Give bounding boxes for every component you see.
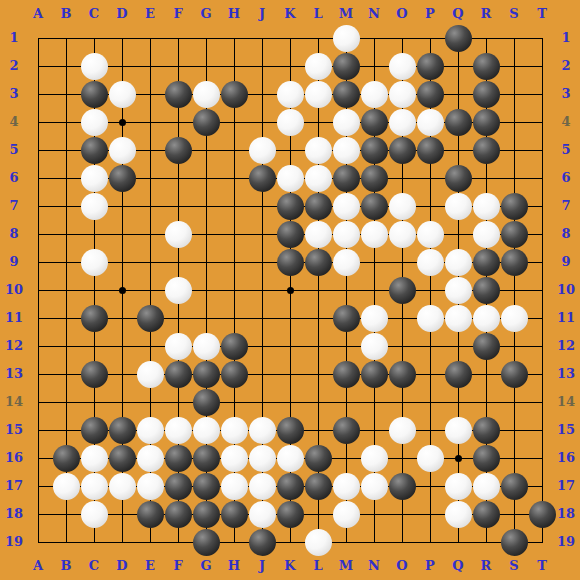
intersection-F9[interactable] (164, 248, 192, 276)
intersection-J13[interactable] (248, 360, 276, 388)
intersection-E5[interactable] (136, 136, 164, 164)
intersection-P17[interactable] (416, 472, 444, 500)
intersection-F12[interactable] (164, 332, 192, 360)
intersection-A12[interactable] (24, 332, 52, 360)
intersection-H8[interactable] (220, 220, 248, 248)
intersection-K15[interactable] (276, 416, 304, 444)
intersection-K19[interactable] (276, 528, 304, 556)
intersection-D10[interactable] (108, 276, 136, 304)
intersection-N7[interactable] (360, 192, 388, 220)
intersection-H18[interactable] (220, 500, 248, 528)
intersection-T18[interactable] (528, 500, 556, 528)
intersection-K2[interactable] (276, 52, 304, 80)
intersection-F7[interactable] (164, 192, 192, 220)
intersection-E17[interactable] (136, 472, 164, 500)
intersection-B1[interactable] (52, 24, 80, 52)
intersection-C10[interactable] (80, 276, 108, 304)
intersection-R19[interactable] (472, 528, 500, 556)
intersection-O10[interactable] (388, 276, 416, 304)
intersection-R17[interactable] (472, 472, 500, 500)
intersection-D7[interactable] (108, 192, 136, 220)
intersection-C7[interactable] (80, 192, 108, 220)
intersection-T2[interactable] (528, 52, 556, 80)
intersection-D18[interactable] (108, 500, 136, 528)
intersection-P15[interactable] (416, 416, 444, 444)
intersection-N11[interactable] (360, 304, 388, 332)
go-board[interactable] (24, 24, 556, 556)
intersection-F4[interactable] (164, 108, 192, 136)
intersection-D3[interactable] (108, 80, 136, 108)
intersection-B16[interactable] (52, 444, 80, 472)
intersection-J12[interactable] (248, 332, 276, 360)
intersection-O2[interactable] (388, 52, 416, 80)
intersection-D4[interactable] (108, 108, 136, 136)
intersection-G15[interactable] (192, 416, 220, 444)
intersection-T7[interactable] (528, 192, 556, 220)
intersection-B4[interactable] (52, 108, 80, 136)
intersection-G2[interactable] (192, 52, 220, 80)
intersection-T17[interactable] (528, 472, 556, 500)
intersection-L6[interactable] (304, 164, 332, 192)
intersection-A18[interactable] (24, 500, 52, 528)
intersection-D6[interactable] (108, 164, 136, 192)
intersection-Q2[interactable] (444, 52, 472, 80)
intersection-R9[interactable] (472, 248, 500, 276)
intersection-C5[interactable] (80, 136, 108, 164)
intersection-G1[interactable] (192, 24, 220, 52)
intersection-S5[interactable] (500, 136, 528, 164)
intersection-R5[interactable] (472, 136, 500, 164)
intersection-F3[interactable] (164, 80, 192, 108)
intersection-L2[interactable] (304, 52, 332, 80)
intersection-O17[interactable] (388, 472, 416, 500)
intersection-K17[interactable] (276, 472, 304, 500)
intersection-H10[interactable] (220, 276, 248, 304)
intersection-T1[interactable] (528, 24, 556, 52)
intersection-M15[interactable] (332, 416, 360, 444)
intersection-F2[interactable] (164, 52, 192, 80)
intersection-C13[interactable] (80, 360, 108, 388)
intersection-A2[interactable] (24, 52, 52, 80)
intersection-N5[interactable] (360, 136, 388, 164)
intersection-Q11[interactable] (444, 304, 472, 332)
intersection-T5[interactable] (528, 136, 556, 164)
intersection-R15[interactable] (472, 416, 500, 444)
intersection-Q5[interactable] (444, 136, 472, 164)
intersection-B13[interactable] (52, 360, 80, 388)
intersection-A4[interactable] (24, 108, 52, 136)
intersection-O3[interactable] (388, 80, 416, 108)
intersection-P16[interactable] (416, 444, 444, 472)
intersection-O7[interactable] (388, 192, 416, 220)
intersection-A14[interactable] (24, 388, 52, 416)
intersection-F17[interactable] (164, 472, 192, 500)
intersection-T13[interactable] (528, 360, 556, 388)
intersection-R7[interactable] (472, 192, 500, 220)
intersection-S8[interactable] (500, 220, 528, 248)
intersection-A16[interactable] (24, 444, 52, 472)
intersection-E19[interactable] (136, 528, 164, 556)
intersection-S11[interactable] (500, 304, 528, 332)
intersection-A6[interactable] (24, 164, 52, 192)
intersection-D13[interactable] (108, 360, 136, 388)
intersection-D5[interactable] (108, 136, 136, 164)
intersection-K10[interactable] (276, 276, 304, 304)
intersection-L13[interactable] (304, 360, 332, 388)
intersection-G11[interactable] (192, 304, 220, 332)
intersection-M18[interactable] (332, 500, 360, 528)
intersection-E2[interactable] (136, 52, 164, 80)
intersection-Q8[interactable] (444, 220, 472, 248)
intersection-J11[interactable] (248, 304, 276, 332)
intersection-S13[interactable] (500, 360, 528, 388)
intersection-D8[interactable] (108, 220, 136, 248)
intersection-P12[interactable] (416, 332, 444, 360)
intersection-M4[interactable] (332, 108, 360, 136)
intersection-R6[interactable] (472, 164, 500, 192)
intersection-G14[interactable] (192, 388, 220, 416)
intersection-H2[interactable] (220, 52, 248, 80)
intersection-S10[interactable] (500, 276, 528, 304)
intersection-T15[interactable] (528, 416, 556, 444)
intersection-J10[interactable] (248, 276, 276, 304)
intersection-J1[interactable] (248, 24, 276, 52)
intersection-E1[interactable] (136, 24, 164, 52)
intersection-P13[interactable] (416, 360, 444, 388)
intersection-K1[interactable] (276, 24, 304, 52)
intersection-A9[interactable] (24, 248, 52, 276)
intersection-L1[interactable] (304, 24, 332, 52)
intersection-M13[interactable] (332, 360, 360, 388)
intersection-K16[interactable] (276, 444, 304, 472)
intersection-M10[interactable] (332, 276, 360, 304)
intersection-F13[interactable] (164, 360, 192, 388)
intersection-A19[interactable] (24, 528, 52, 556)
intersection-G5[interactable] (192, 136, 220, 164)
intersection-C12[interactable] (80, 332, 108, 360)
intersection-E15[interactable] (136, 416, 164, 444)
intersection-M5[interactable] (332, 136, 360, 164)
intersection-C6[interactable] (80, 164, 108, 192)
intersection-R3[interactable] (472, 80, 500, 108)
intersection-K9[interactable] (276, 248, 304, 276)
intersection-G19[interactable] (192, 528, 220, 556)
intersection-M19[interactable] (332, 528, 360, 556)
intersection-B3[interactable] (52, 80, 80, 108)
intersection-B17[interactable] (52, 472, 80, 500)
intersection-G18[interactable] (192, 500, 220, 528)
intersection-H1[interactable] (220, 24, 248, 52)
intersection-N10[interactable] (360, 276, 388, 304)
intersection-F6[interactable] (164, 164, 192, 192)
intersection-J14[interactable] (248, 388, 276, 416)
intersection-M12[interactable] (332, 332, 360, 360)
intersection-P1[interactable] (416, 24, 444, 52)
intersection-M16[interactable] (332, 444, 360, 472)
intersection-S15[interactable] (500, 416, 528, 444)
intersection-S7[interactable] (500, 192, 528, 220)
intersection-S6[interactable] (500, 164, 528, 192)
intersection-L10[interactable] (304, 276, 332, 304)
intersection-S16[interactable] (500, 444, 528, 472)
intersection-H13[interactable] (220, 360, 248, 388)
intersection-C8[interactable] (80, 220, 108, 248)
intersection-K14[interactable] (276, 388, 304, 416)
intersection-C11[interactable] (80, 304, 108, 332)
intersection-Q17[interactable] (444, 472, 472, 500)
intersection-N15[interactable] (360, 416, 388, 444)
intersection-N8[interactable] (360, 220, 388, 248)
intersection-C2[interactable] (80, 52, 108, 80)
intersection-G7[interactable] (192, 192, 220, 220)
intersection-J16[interactable] (248, 444, 276, 472)
intersection-R13[interactable] (472, 360, 500, 388)
intersection-Q1[interactable] (444, 24, 472, 52)
intersection-P5[interactable] (416, 136, 444, 164)
intersection-J4[interactable] (248, 108, 276, 136)
intersection-Q10[interactable] (444, 276, 472, 304)
intersection-M6[interactable] (332, 164, 360, 192)
intersection-D19[interactable] (108, 528, 136, 556)
intersection-H16[interactable] (220, 444, 248, 472)
intersection-L11[interactable] (304, 304, 332, 332)
intersection-D1[interactable] (108, 24, 136, 52)
intersection-E3[interactable] (136, 80, 164, 108)
intersection-E7[interactable] (136, 192, 164, 220)
intersection-P7[interactable] (416, 192, 444, 220)
intersection-F19[interactable] (164, 528, 192, 556)
intersection-L17[interactable] (304, 472, 332, 500)
intersection-R10[interactable] (472, 276, 500, 304)
intersection-G9[interactable] (192, 248, 220, 276)
intersection-T19[interactable] (528, 528, 556, 556)
intersection-R4[interactable] (472, 108, 500, 136)
intersection-D17[interactable] (108, 472, 136, 500)
intersection-P2[interactable] (416, 52, 444, 80)
intersection-O15[interactable] (388, 416, 416, 444)
intersection-P8[interactable] (416, 220, 444, 248)
intersection-M2[interactable] (332, 52, 360, 80)
intersection-P19[interactable] (416, 528, 444, 556)
intersection-L14[interactable] (304, 388, 332, 416)
intersection-P18[interactable] (416, 500, 444, 528)
intersection-H19[interactable] (220, 528, 248, 556)
intersection-F8[interactable] (164, 220, 192, 248)
intersection-S12[interactable] (500, 332, 528, 360)
intersection-F10[interactable] (164, 276, 192, 304)
intersection-Q15[interactable] (444, 416, 472, 444)
intersection-M8[interactable] (332, 220, 360, 248)
intersection-K4[interactable] (276, 108, 304, 136)
intersection-A10[interactable] (24, 276, 52, 304)
intersection-K6[interactable] (276, 164, 304, 192)
intersection-F16[interactable] (164, 444, 192, 472)
intersection-J15[interactable] (248, 416, 276, 444)
intersection-P11[interactable] (416, 304, 444, 332)
intersection-D14[interactable] (108, 388, 136, 416)
intersection-M7[interactable] (332, 192, 360, 220)
intersection-A5[interactable] (24, 136, 52, 164)
intersection-H6[interactable] (220, 164, 248, 192)
intersection-M11[interactable] (332, 304, 360, 332)
intersection-B12[interactable] (52, 332, 80, 360)
intersection-H7[interactable] (220, 192, 248, 220)
intersection-O5[interactable] (388, 136, 416, 164)
intersection-L15[interactable] (304, 416, 332, 444)
intersection-L3[interactable] (304, 80, 332, 108)
intersection-K12[interactable] (276, 332, 304, 360)
intersection-N6[interactable] (360, 164, 388, 192)
intersection-O9[interactable] (388, 248, 416, 276)
intersection-Q16[interactable] (444, 444, 472, 472)
intersection-M3[interactable] (332, 80, 360, 108)
intersection-H9[interactable] (220, 248, 248, 276)
intersection-J19[interactable] (248, 528, 276, 556)
intersection-H17[interactable] (220, 472, 248, 500)
intersection-N19[interactable] (360, 528, 388, 556)
intersection-D2[interactable] (108, 52, 136, 80)
intersection-E16[interactable] (136, 444, 164, 472)
intersection-E10[interactable] (136, 276, 164, 304)
intersection-Q7[interactable] (444, 192, 472, 220)
intersection-B11[interactable] (52, 304, 80, 332)
intersection-Q4[interactable] (444, 108, 472, 136)
intersection-E9[interactable] (136, 248, 164, 276)
intersection-J2[interactable] (248, 52, 276, 80)
intersection-G10[interactable] (192, 276, 220, 304)
intersection-O12[interactable] (388, 332, 416, 360)
intersection-C1[interactable] (80, 24, 108, 52)
intersection-J9[interactable] (248, 248, 276, 276)
intersection-P9[interactable] (416, 248, 444, 276)
intersection-B9[interactable] (52, 248, 80, 276)
intersection-A3[interactable] (24, 80, 52, 108)
intersection-L18[interactable] (304, 500, 332, 528)
intersection-F14[interactable] (164, 388, 192, 416)
intersection-H14[interactable] (220, 388, 248, 416)
intersection-N2[interactable] (360, 52, 388, 80)
intersection-F11[interactable] (164, 304, 192, 332)
intersection-C4[interactable] (80, 108, 108, 136)
intersection-S19[interactable] (500, 528, 528, 556)
intersection-N17[interactable] (360, 472, 388, 500)
intersection-S14[interactable] (500, 388, 528, 416)
intersection-R1[interactable] (472, 24, 500, 52)
intersection-O19[interactable] (388, 528, 416, 556)
intersection-C3[interactable] (80, 80, 108, 108)
intersection-S1[interactable] (500, 24, 528, 52)
intersection-B10[interactable] (52, 276, 80, 304)
intersection-J18[interactable] (248, 500, 276, 528)
intersection-M17[interactable] (332, 472, 360, 500)
intersection-J17[interactable] (248, 472, 276, 500)
intersection-P4[interactable] (416, 108, 444, 136)
intersection-T11[interactable] (528, 304, 556, 332)
intersection-G12[interactable] (192, 332, 220, 360)
intersection-G4[interactable] (192, 108, 220, 136)
intersection-Q13[interactable] (444, 360, 472, 388)
intersection-C9[interactable] (80, 248, 108, 276)
intersection-B8[interactable] (52, 220, 80, 248)
intersection-A13[interactable] (24, 360, 52, 388)
intersection-C17[interactable] (80, 472, 108, 500)
intersection-S2[interactable] (500, 52, 528, 80)
intersection-L5[interactable] (304, 136, 332, 164)
intersection-C14[interactable] (80, 388, 108, 416)
intersection-H3[interactable] (220, 80, 248, 108)
intersection-E11[interactable] (136, 304, 164, 332)
intersection-T4[interactable] (528, 108, 556, 136)
intersection-N18[interactable] (360, 500, 388, 528)
intersection-O11[interactable] (388, 304, 416, 332)
intersection-H4[interactable] (220, 108, 248, 136)
intersection-L8[interactable] (304, 220, 332, 248)
intersection-J6[interactable] (248, 164, 276, 192)
intersection-O8[interactable] (388, 220, 416, 248)
intersection-L9[interactable] (304, 248, 332, 276)
intersection-S18[interactable] (500, 500, 528, 528)
intersection-K18[interactable] (276, 500, 304, 528)
intersection-P6[interactable] (416, 164, 444, 192)
intersection-J5[interactable] (248, 136, 276, 164)
intersection-O13[interactable] (388, 360, 416, 388)
intersection-Q19[interactable] (444, 528, 472, 556)
intersection-C19[interactable] (80, 528, 108, 556)
intersection-A17[interactable] (24, 472, 52, 500)
intersection-Q9[interactable] (444, 248, 472, 276)
intersection-T14[interactable] (528, 388, 556, 416)
intersection-B18[interactable] (52, 500, 80, 528)
intersection-N14[interactable] (360, 388, 388, 416)
intersection-S17[interactable] (500, 472, 528, 500)
intersection-G8[interactable] (192, 220, 220, 248)
intersection-M9[interactable] (332, 248, 360, 276)
intersection-E12[interactable] (136, 332, 164, 360)
intersection-P10[interactable] (416, 276, 444, 304)
intersection-R12[interactable] (472, 332, 500, 360)
intersection-N16[interactable] (360, 444, 388, 472)
intersection-B6[interactable] (52, 164, 80, 192)
intersection-O16[interactable] (388, 444, 416, 472)
intersection-N12[interactable] (360, 332, 388, 360)
intersection-B19[interactable] (52, 528, 80, 556)
intersection-T16[interactable] (528, 444, 556, 472)
intersection-B14[interactable] (52, 388, 80, 416)
intersection-Q12[interactable] (444, 332, 472, 360)
intersection-H12[interactable] (220, 332, 248, 360)
intersection-B2[interactable] (52, 52, 80, 80)
intersection-B7[interactable] (52, 192, 80, 220)
intersection-Q18[interactable] (444, 500, 472, 528)
intersection-R8[interactable] (472, 220, 500, 248)
intersection-K13[interactable] (276, 360, 304, 388)
intersection-P3[interactable] (416, 80, 444, 108)
intersection-N4[interactable] (360, 108, 388, 136)
intersection-B15[interactable] (52, 416, 80, 444)
intersection-O6[interactable] (388, 164, 416, 192)
intersection-G3[interactable] (192, 80, 220, 108)
intersection-T3[interactable] (528, 80, 556, 108)
intersection-K5[interactable] (276, 136, 304, 164)
intersection-R11[interactable] (472, 304, 500, 332)
intersection-D16[interactable] (108, 444, 136, 472)
intersection-D15[interactable] (108, 416, 136, 444)
intersection-O4[interactable] (388, 108, 416, 136)
intersection-F1[interactable] (164, 24, 192, 52)
intersection-T6[interactable] (528, 164, 556, 192)
intersection-T8[interactable] (528, 220, 556, 248)
intersection-S9[interactable] (500, 248, 528, 276)
